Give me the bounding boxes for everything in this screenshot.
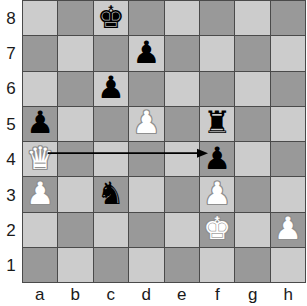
chess-diagram: 87654321 ♚♟♟♟♟♜♛♟♟♞♟♚♟ abcdefgh — [0, 0, 306, 306]
square-c1[interactable] — [94, 248, 128, 282]
square-b2[interactable] — [58, 213, 92, 247]
square-b8[interactable] — [58, 1, 92, 35]
square-f5[interactable]: ♜ — [200, 107, 234, 141]
square-e6[interactable] — [165, 72, 199, 106]
piece-black-king[interactable]: ♚ — [97, 2, 125, 33]
file-labels: abcdefgh — [22, 283, 306, 306]
piece-white-queen[interactable]: ♛ — [26, 143, 54, 174]
square-g1[interactable] — [235, 248, 269, 282]
square-g5[interactable] — [235, 107, 269, 141]
square-e2[interactable] — [165, 213, 199, 247]
square-c3[interactable]: ♞ — [94, 177, 128, 211]
square-d3[interactable] — [129, 177, 163, 211]
rank-label-6: 6 — [0, 80, 22, 97]
file-label-b: b — [58, 286, 94, 303]
square-g2[interactable] — [235, 213, 269, 247]
square-d6[interactable] — [129, 72, 163, 106]
square-a3[interactable]: ♟ — [23, 177, 57, 211]
square-c7[interactable] — [94, 36, 128, 70]
square-d5[interactable]: ♟ — [129, 107, 163, 141]
file-label-e: e — [164, 286, 200, 303]
square-a7[interactable] — [23, 36, 57, 70]
square-b3[interactable] — [58, 177, 92, 211]
square-d8[interactable] — [129, 1, 163, 35]
square-e3[interactable] — [165, 177, 199, 211]
square-h8[interactable] — [271, 1, 305, 35]
rank-label-2: 2 — [0, 222, 22, 239]
rank-labels: 87654321 — [0, 0, 22, 283]
square-c8[interactable]: ♚ — [94, 1, 128, 35]
square-h2[interactable]: ♟ — [271, 213, 305, 247]
rank-label-3: 3 — [0, 187, 22, 204]
piece-black-rook[interactable]: ♜ — [203, 107, 231, 138]
square-f7[interactable] — [200, 36, 234, 70]
square-b4[interactable] — [58, 142, 92, 176]
rank-label-5: 5 — [0, 116, 22, 133]
square-e4[interactable] — [165, 142, 199, 176]
square-a4[interactable]: ♛ — [23, 142, 57, 176]
square-h7[interactable] — [271, 36, 305, 70]
piece-white-pawn[interactable]: ♟ — [26, 178, 54, 209]
square-h4[interactable] — [271, 142, 305, 176]
file-label-h: h — [271, 286, 307, 303]
square-f3[interactable]: ♟ — [200, 177, 234, 211]
square-c4[interactable] — [94, 142, 128, 176]
square-b5[interactable] — [58, 107, 92, 141]
square-f1[interactable] — [200, 248, 234, 282]
square-d7[interactable]: ♟ — [129, 36, 163, 70]
square-h1[interactable] — [271, 248, 305, 282]
square-c2[interactable] — [94, 213, 128, 247]
rank-label-8: 8 — [0, 10, 22, 27]
square-f6[interactable] — [200, 72, 234, 106]
piece-black-pawn[interactable]: ♟ — [203, 143, 231, 174]
square-e8[interactable] — [165, 1, 199, 35]
square-g3[interactable] — [235, 177, 269, 211]
square-d4[interactable] — [129, 142, 163, 176]
square-a1[interactable] — [23, 248, 57, 282]
piece-black-pawn[interactable]: ♟ — [26, 107, 54, 138]
square-d1[interactable] — [129, 248, 163, 282]
square-c6[interactable]: ♟ — [94, 72, 128, 106]
square-b7[interactable] — [58, 36, 92, 70]
square-f4[interactable]: ♟ — [200, 142, 234, 176]
rank-label-4: 4 — [0, 151, 22, 168]
file-label-f: f — [200, 286, 236, 303]
piece-white-pawn[interactable]: ♟ — [132, 107, 160, 138]
square-e1[interactable] — [165, 248, 199, 282]
file-label-a: a — [22, 286, 58, 303]
piece-white-pawn[interactable]: ♟ — [203, 178, 231, 209]
square-d2[interactable] — [129, 213, 163, 247]
square-c5[interactable] — [94, 107, 128, 141]
square-g4[interactable] — [235, 142, 269, 176]
file-label-d: d — [129, 286, 165, 303]
piece-black-pawn[interactable]: ♟ — [97, 72, 125, 103]
file-label-c: c — [93, 286, 129, 303]
square-a5[interactable]: ♟ — [23, 107, 57, 141]
square-f8[interactable] — [200, 1, 234, 35]
square-h3[interactable] — [271, 177, 305, 211]
square-a8[interactable] — [23, 1, 57, 35]
square-b6[interactable] — [58, 72, 92, 106]
piece-black-knight[interactable]: ♞ — [97, 178, 125, 209]
square-b1[interactable] — [58, 248, 92, 282]
piece-black-pawn[interactable]: ♟ — [132, 37, 160, 68]
square-h5[interactable] — [271, 107, 305, 141]
square-g7[interactable] — [235, 36, 269, 70]
rank-label-7: 7 — [0, 45, 22, 62]
square-e5[interactable] — [165, 107, 199, 141]
square-g8[interactable] — [235, 1, 269, 35]
square-a6[interactable] — [23, 72, 57, 106]
square-f2[interactable]: ♚ — [200, 213, 234, 247]
rank-label-1: 1 — [0, 257, 22, 274]
square-g6[interactable] — [235, 72, 269, 106]
piece-white-king[interactable]: ♚ — [203, 213, 231, 244]
piece-white-pawn[interactable]: ♟ — [274, 213, 302, 244]
file-label-g: g — [235, 286, 271, 303]
square-e7[interactable] — [165, 36, 199, 70]
square-a2[interactable] — [23, 213, 57, 247]
square-h6[interactable] — [271, 72, 305, 106]
chess-board[interactable]: ♚♟♟♟♟♜♛♟♟♞♟♚♟ — [22, 0, 306, 283]
